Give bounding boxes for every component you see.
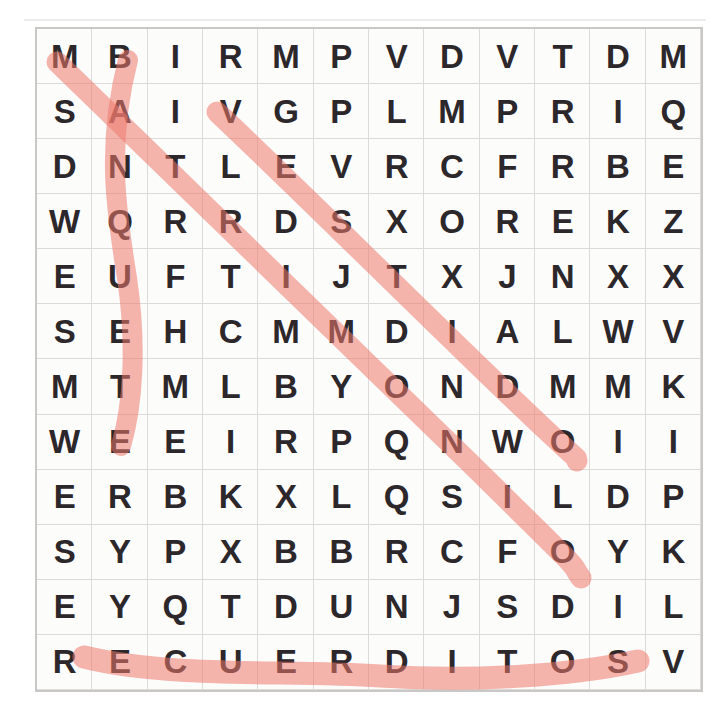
cell-r2c12[interactable]: Q (646, 84, 701, 139)
cell-r11c11[interactable]: I (590, 580, 645, 635)
cell-r1c4[interactable]: R (203, 29, 258, 84)
cell-r8c4[interactable]: I (203, 415, 258, 470)
cell-r1c1[interactable]: M (37, 29, 92, 84)
cell-r11c12[interactable]: L (646, 580, 701, 635)
cell-r1c10[interactable]: T (535, 29, 590, 84)
cell-r12c8[interactable]: I (424, 635, 479, 690)
cell-r12c7[interactable]: D (369, 635, 424, 690)
cell-r1c8[interactable]: D (424, 29, 479, 84)
cell-r2c10[interactable]: R (535, 84, 590, 139)
cell-r4c9[interactable]: R (480, 194, 535, 249)
cell-r8c6[interactable]: P (314, 415, 369, 470)
cell-r7c11[interactable]: M (590, 359, 645, 414)
cell-r3c1[interactable]: D (37, 139, 92, 194)
cell-r9c3[interactable]: B (148, 470, 203, 525)
cell-r5c6[interactable]: J (314, 249, 369, 304)
cell-r1c6[interactable]: P (314, 29, 369, 84)
cell-r5c5[interactable]: I (258, 249, 313, 304)
cell-r5c3[interactable]: F (148, 249, 203, 304)
cell-r4c6[interactable]: S (314, 194, 369, 249)
cell-r5c4[interactable]: T (203, 249, 258, 304)
cell-r8c11[interactable]: I (590, 415, 645, 470)
cell-r9c2[interactable]: R (92, 470, 147, 525)
cell-r5c1[interactable]: E (37, 249, 92, 304)
cell-r11c6[interactable]: U (314, 580, 369, 635)
cell-r1c12[interactable]: M (646, 29, 701, 84)
cell-r3c12[interactable]: E (646, 139, 701, 194)
cell-r4c3[interactable]: R (148, 194, 203, 249)
cell-r8c7[interactable]: Q (369, 415, 424, 470)
cell-r7c5[interactable]: B (258, 359, 313, 414)
cell-r9c9[interactable]: I (480, 470, 535, 525)
cell-r10c5[interactable]: B (258, 525, 313, 580)
cell-r11c1[interactable]: E (37, 580, 92, 635)
cell-r3c4[interactable]: L (203, 139, 258, 194)
cell-r9c4[interactable]: K (203, 470, 258, 525)
cell-r6c3[interactable]: H (148, 304, 203, 359)
cell-r5c7[interactable]: T (369, 249, 424, 304)
cell-r10c7[interactable]: R (369, 525, 424, 580)
cell-r10c10[interactable]: O (535, 525, 590, 580)
cell-r10c12[interactable]: K (646, 525, 701, 580)
cell-r5c2[interactable]: U (92, 249, 147, 304)
cell-r3c7[interactable]: R (369, 139, 424, 194)
cell-r3c3[interactable]: T (148, 139, 203, 194)
cell-r1c3[interactable]: I (148, 29, 203, 84)
cell-r11c5[interactable]: D (258, 580, 313, 635)
cell-r6c9[interactable]: A (480, 304, 535, 359)
cell-r12c1[interactable]: R (37, 635, 92, 690)
cell-r6c10[interactable]: L (535, 304, 590, 359)
cell-r7c2[interactable]: T (92, 359, 147, 414)
cell-r7c3[interactable]: M (148, 359, 203, 414)
cell-r8c1[interactable]: W (37, 415, 92, 470)
cell-r11c3[interactable]: Q (148, 580, 203, 635)
cell-r12c5[interactable]: E (258, 635, 313, 690)
cell-r9c5[interactable]: X (258, 470, 313, 525)
cell-r1c11[interactable]: D (590, 29, 645, 84)
cell-r8c5[interactable]: R (258, 415, 313, 470)
cell-r9c1[interactable]: E (37, 470, 92, 525)
cell-r9c7[interactable]: Q (369, 470, 424, 525)
cell-r2c11[interactable]: I (590, 84, 645, 139)
cell-r11c10[interactable]: D (535, 580, 590, 635)
cell-r8c10[interactable]: O (535, 415, 590, 470)
cell-r10c1[interactable]: S (37, 525, 92, 580)
cell-r10c8[interactable]: C (424, 525, 479, 580)
cell-r1c5[interactable]: M (258, 29, 313, 84)
cell-r12c3[interactable]: C (148, 635, 203, 690)
cell-r4c5[interactable]: D (258, 194, 313, 249)
cell-r6c1[interactable]: S (37, 304, 92, 359)
cell-r7c10[interactable]: M (535, 359, 590, 414)
cell-r4c10[interactable]: E (535, 194, 590, 249)
cell-r7c8[interactable]: N (424, 359, 479, 414)
cell-r9c8[interactable]: S (424, 470, 479, 525)
cell-r8c3[interactable]: E (148, 415, 203, 470)
cell-r4c11[interactable]: K (590, 194, 645, 249)
cell-r6c4[interactable]: C (203, 304, 258, 359)
cell-r9c10[interactable]: L (535, 470, 590, 525)
cell-r6c7[interactable]: D (369, 304, 424, 359)
cell-r3c9[interactable]: F (480, 139, 535, 194)
cell-r8c9[interactable]: W (480, 415, 535, 470)
cell-r9c12[interactable]: P (646, 470, 701, 525)
cell-r5c8[interactable]: X (424, 249, 479, 304)
cell-r12c9[interactable]: T (480, 635, 535, 690)
cell-r2c2[interactable]: A (92, 84, 147, 139)
cell-r3c10[interactable]: R (535, 139, 590, 194)
word-search-grid: MBIRMPVDVTDMSAIVGPLMPRIQDNTLEVRCFRBEWQRR… (35, 27, 703, 692)
cell-r5c11[interactable]: X (590, 249, 645, 304)
cell-r10c6[interactable]: B (314, 525, 369, 580)
cell-r2c1[interactable]: S (37, 84, 92, 139)
cell-r1c7[interactable]: V (369, 29, 424, 84)
cell-r7c12[interactable]: K (646, 359, 701, 414)
cell-r12c2[interactable]: E (92, 635, 147, 690)
cell-r4c2[interactable]: Q (92, 194, 147, 249)
cell-r8c8[interactable]: N (424, 415, 479, 470)
cell-r8c12[interactable]: I (646, 415, 701, 470)
cell-r12c6[interactable]: R (314, 635, 369, 690)
cell-r10c11[interactable]: Y (590, 525, 645, 580)
cell-r3c11[interactable]: B (590, 139, 645, 194)
cell-r1c9[interactable]: V (480, 29, 535, 84)
photo-edge-line (24, 19, 706, 21)
cell-r6c11[interactable]: W (590, 304, 645, 359)
cell-r10c3[interactable]: P (148, 525, 203, 580)
word-search-puzzle: MBIRMPVDVTDMSAIVGPLMPRIQDNTLEVRCFRBEWQRR… (0, 0, 720, 715)
cell-r3c6[interactable]: V (314, 139, 369, 194)
cell-r6c5[interactable]: M (258, 304, 313, 359)
cell-r11c7[interactable]: N (369, 580, 424, 635)
cell-r11c4[interactable]: T (203, 580, 258, 635)
cell-r5c9[interactable]: J (480, 249, 535, 304)
cell-r9c6[interactable]: L (314, 470, 369, 525)
cell-r12c12[interactable]: V (646, 635, 701, 690)
cell-r7c6[interactable]: Y (314, 359, 369, 414)
cell-r4c12[interactable]: Z (646, 194, 701, 249)
cell-r2c3[interactable]: I (148, 84, 203, 139)
cell-r11c9[interactable]: S (480, 580, 535, 635)
cell-r4c1[interactable]: W (37, 194, 92, 249)
cell-r4c8[interactable]: O (424, 194, 479, 249)
cell-r6c6[interactable]: M (314, 304, 369, 359)
cell-r2c5[interactable]: G (258, 84, 313, 139)
cell-r3c2[interactable]: N (92, 139, 147, 194)
cell-r6c12[interactable]: V (646, 304, 701, 359)
cell-r9c11[interactable]: D (590, 470, 645, 525)
cell-r11c8[interactable]: J (424, 580, 479, 635)
cell-r4c7[interactable]: X (369, 194, 424, 249)
cell-r10c2[interactable]: Y (92, 525, 147, 580)
cell-r3c8[interactable]: C (424, 139, 479, 194)
cell-r5c12[interactable]: X (646, 249, 701, 304)
cell-r7c7[interactable]: O (369, 359, 424, 414)
cell-r8c2[interactable]: E (92, 415, 147, 470)
cell-r7c4[interactable]: L (203, 359, 258, 414)
cell-r7c9[interactable]: D (480, 359, 535, 414)
cell-r11c2[interactable]: Y (92, 580, 147, 635)
cell-r12c4[interactable]: U (203, 635, 258, 690)
cell-r10c4[interactable]: X (203, 525, 258, 580)
cell-r12c11[interactable]: S (590, 635, 645, 690)
cell-r6c8[interactable]: I (424, 304, 479, 359)
cell-r10c9[interactable]: F (480, 525, 535, 580)
cell-r2c6[interactable]: P (314, 84, 369, 139)
cell-r2c9[interactable]: P (480, 84, 535, 139)
cell-r6c2[interactable]: E (92, 304, 147, 359)
cell-r4c4[interactable]: R (203, 194, 258, 249)
cell-r2c8[interactable]: M (424, 84, 479, 139)
cell-r5c10[interactable]: N (535, 249, 590, 304)
cell-r2c4[interactable]: V (203, 84, 258, 139)
cell-r2c7[interactable]: L (369, 84, 424, 139)
cell-r1c2[interactable]: B (92, 29, 147, 84)
cell-r12c10[interactable]: O (535, 635, 590, 690)
cell-r3c5[interactable]: E (258, 139, 313, 194)
cell-r7c1[interactable]: M (37, 359, 92, 414)
